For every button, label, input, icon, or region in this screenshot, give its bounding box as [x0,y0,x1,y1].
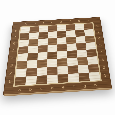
rank-label: 6 [95,35,103,42]
square-f1 [68,73,79,82]
rank-label: 5 [96,42,105,49]
square-e1 [58,74,69,83]
rank-label: 4 [97,49,106,57]
rank-label: 7 [94,29,102,36]
square-b1 [25,76,36,85]
rank-label: 3 [98,56,107,64]
board-bottom-edge [4,88,112,97]
board-field [15,23,101,85]
photo-background: abcdefgh abcdefgh 87654321 87654321 [0,0,115,115]
square-h1 [89,72,101,81]
square-d1 [47,74,58,83]
rank-label: 2 [99,63,108,71]
chessboard: abcdefgh abcdefgh 87654321 87654321 [3,17,112,95]
rank-label: 8 [93,23,101,29]
square-a1 [15,76,26,85]
rank-label: 1 [100,71,110,80]
square-c1 [36,75,47,84]
